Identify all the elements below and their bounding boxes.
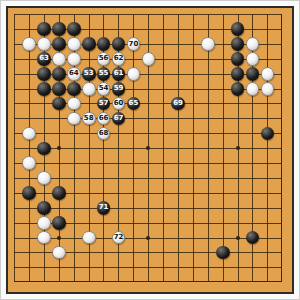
star-point: [146, 146, 150, 150]
star-point: [236, 146, 240, 150]
stone-white-move-56: 56: [97, 52, 111, 66]
stone-black-move-69: 69: [171, 97, 185, 111]
stone-white: [67, 37, 81, 51]
star-point: [57, 146, 61, 150]
stone-white: [67, 97, 81, 111]
stone-black: [231, 52, 245, 66]
stone-black-move-61: 61: [112, 67, 126, 81]
stone-black: [37, 67, 51, 81]
star-point: [146, 236, 150, 240]
go-diagram: 7063566264535561545957606569586667687172: [0, 0, 300, 300]
stone-black: [112, 37, 126, 51]
stone-black-move-59: 59: [112, 82, 126, 96]
stone-white: [82, 82, 96, 96]
stone-white: [52, 246, 66, 260]
stone-black: [37, 22, 51, 36]
stone-white: [37, 216, 51, 230]
stone-white: [67, 112, 81, 126]
stone-white: [246, 52, 260, 66]
stone-black: [216, 246, 230, 260]
stone-black-move-57: 57: [97, 97, 111, 111]
stone-black: [231, 82, 245, 96]
stone-white: [261, 82, 275, 96]
stone-white: [37, 37, 51, 51]
stone-black: [37, 142, 51, 156]
stone-black: [52, 186, 66, 200]
stone-black-move-63: 63: [37, 52, 51, 66]
stone-white-move-68: 68: [97, 127, 111, 141]
stone-black: [52, 97, 66, 111]
stone-white-move-58: 58: [82, 112, 96, 126]
stone-black: [246, 231, 260, 245]
stone-white: [67, 52, 81, 66]
stone-black: [246, 67, 260, 81]
stone-white-move-54: 54: [97, 82, 111, 96]
stone-white: [246, 37, 260, 51]
stone-black: [37, 201, 51, 215]
stone-white: [261, 67, 275, 81]
stone-black: [231, 37, 245, 51]
stone-white-move-62: 62: [112, 52, 126, 66]
stone-white: [22, 127, 36, 141]
stone-black: [22, 186, 36, 200]
stone-black: [52, 67, 66, 81]
star-point: [57, 236, 61, 240]
stone-black: [82, 37, 96, 51]
stone-black: [52, 37, 66, 51]
stone-white-move-64: 64: [67, 67, 81, 81]
stone-white: [201, 37, 215, 51]
stone-white: [52, 52, 66, 66]
go-board[interactable]: 7063566264535561545957606569586667687172: [7, 7, 290, 290]
stone-black: [261, 127, 275, 141]
stone-black: [67, 22, 81, 36]
stone-white: [22, 156, 36, 170]
stone-black: [52, 82, 66, 96]
stone-white: [22, 37, 36, 51]
stone-black-move-55: 55: [97, 67, 111, 81]
stone-black: [67, 82, 81, 96]
stone-white-move-66: 66: [97, 112, 111, 126]
stone-black: [231, 67, 245, 81]
stone-white: [142, 52, 156, 66]
stone-white: [246, 82, 260, 96]
stone-black: [37, 82, 51, 96]
stone-white: [37, 171, 51, 185]
stone-black-move-53: 53: [82, 67, 96, 81]
stone-white-move-70: 70: [127, 37, 141, 51]
stone-black: [97, 37, 111, 51]
stone-black: [231, 22, 245, 36]
stone-black-move-71: 71: [97, 201, 111, 215]
stone-white-move-72: 72: [112, 231, 126, 245]
stone-white: [82, 231, 96, 245]
stone-black: [52, 22, 66, 36]
stone-black: [52, 216, 66, 230]
stone-black-move-65: 65: [127, 97, 141, 111]
stone-white: [37, 231, 51, 245]
stone-white: [127, 67, 141, 81]
stone-white-move-60: 60: [112, 97, 126, 111]
stone-black-move-67: 67: [112, 112, 126, 126]
star-point: [236, 236, 240, 240]
